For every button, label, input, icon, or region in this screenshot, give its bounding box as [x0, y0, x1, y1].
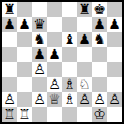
- square-g5[interactable]: [92, 47, 107, 62]
- square-f3[interactable]: ♘: [77, 77, 92, 92]
- square-c6[interactable]: ♞: [32, 32, 47, 47]
- chess-board: ♜♜♚♟♟♛♟♟♞♝♟♞♟♟♙♙♗♘♙♙♕♗♙♙♙♖♖♔: [0, 0, 124, 124]
- square-d8[interactable]: [47, 2, 62, 17]
- white-rook: ♖: [18, 107, 31, 122]
- white-pawn: ♙: [93, 92, 106, 107]
- black-knight: ♞: [33, 32, 46, 47]
- square-c8[interactable]: [32, 2, 47, 17]
- square-c3[interactable]: [32, 77, 47, 92]
- square-a3[interactable]: [2, 77, 17, 92]
- square-h5[interactable]: [107, 47, 122, 62]
- black-rook: ♜: [78, 2, 91, 17]
- square-b2[interactable]: [17, 92, 32, 107]
- square-a8[interactable]: ♜: [2, 2, 17, 17]
- square-c4[interactable]: ♙: [32, 62, 47, 77]
- white-knight: ♘: [78, 77, 91, 92]
- square-b3[interactable]: [17, 77, 32, 92]
- square-f5[interactable]: [77, 47, 92, 62]
- black-pawn: ♟: [33, 47, 46, 62]
- square-e8[interactable]: [62, 2, 77, 17]
- square-d5[interactable]: ♟: [47, 47, 62, 62]
- black-pawn: ♟: [3, 17, 16, 32]
- square-e1[interactable]: [62, 107, 77, 122]
- square-a1[interactable]: ♖: [2, 107, 17, 122]
- square-e3[interactable]: ♗: [62, 77, 77, 92]
- square-e7[interactable]: [62, 17, 77, 32]
- square-b7[interactable]: ♟: [17, 17, 32, 32]
- black-queen: ♛: [33, 17, 46, 32]
- square-g3[interactable]: [92, 77, 107, 92]
- square-b8[interactable]: [17, 2, 32, 17]
- square-g6[interactable]: ♞: [92, 32, 107, 47]
- black-pawn: ♟: [93, 17, 106, 32]
- black-bishop: ♝: [63, 32, 76, 47]
- white-bishop: ♗: [63, 77, 76, 92]
- white-pawn: ♙: [33, 62, 46, 77]
- square-h3[interactable]: [107, 77, 122, 92]
- square-b4[interactable]: [17, 62, 32, 77]
- white-pawn: ♙: [48, 77, 61, 92]
- square-c1[interactable]: [32, 107, 47, 122]
- square-f1[interactable]: [77, 107, 92, 122]
- square-a7[interactable]: ♟: [2, 17, 17, 32]
- square-f6[interactable]: ♟: [77, 32, 92, 47]
- square-b1[interactable]: ♖: [17, 107, 32, 122]
- square-e2[interactable]: ♗: [62, 92, 77, 107]
- square-c5[interactable]: ♟: [32, 47, 47, 62]
- square-f8[interactable]: ♜: [77, 2, 92, 17]
- square-b5[interactable]: [17, 47, 32, 62]
- white-queen: ♕: [48, 92, 61, 107]
- square-e5[interactable]: [62, 47, 77, 62]
- black-pawn: ♟: [18, 17, 31, 32]
- black-pawn: ♟: [108, 17, 121, 32]
- square-h4[interactable]: [107, 62, 122, 77]
- square-h1[interactable]: [107, 107, 122, 122]
- square-c7[interactable]: ♛: [32, 17, 47, 32]
- black-king: ♚: [93, 2, 106, 17]
- square-h8[interactable]: [107, 2, 122, 17]
- square-h2[interactable]: ♙: [107, 92, 122, 107]
- black-knight: ♞: [93, 32, 106, 47]
- white-pawn: ♙: [33, 92, 46, 107]
- square-b6[interactable]: [17, 32, 32, 47]
- square-d7[interactable]: [47, 17, 62, 32]
- square-d3[interactable]: ♙: [47, 77, 62, 92]
- black-rook: ♜: [3, 2, 16, 17]
- square-f2[interactable]: ♙: [77, 92, 92, 107]
- square-a6[interactable]: [2, 32, 17, 47]
- square-g1[interactable]: ♔: [92, 107, 107, 122]
- square-e4[interactable]: [62, 62, 77, 77]
- square-g2[interactable]: ♙: [92, 92, 107, 107]
- square-h7[interactable]: ♟: [107, 17, 122, 32]
- square-c2[interactable]: ♙: [32, 92, 47, 107]
- white-bishop: ♗: [63, 92, 76, 107]
- square-a2[interactable]: ♙: [2, 92, 17, 107]
- square-a5[interactable]: [2, 47, 17, 62]
- square-e6[interactable]: ♝: [62, 32, 77, 47]
- square-g8[interactable]: ♚: [92, 2, 107, 17]
- square-g7[interactable]: ♟: [92, 17, 107, 32]
- square-f4[interactable]: [77, 62, 92, 77]
- black-pawn: ♟: [48, 47, 61, 62]
- square-a4[interactable]: [2, 62, 17, 77]
- black-pawn: ♟: [78, 32, 91, 47]
- square-d1[interactable]: [47, 107, 62, 122]
- square-d4[interactable]: [47, 62, 62, 77]
- white-king: ♔: [93, 107, 106, 122]
- square-d2[interactable]: ♕: [47, 92, 62, 107]
- square-f7[interactable]: [77, 17, 92, 32]
- square-d6[interactable]: [47, 32, 62, 47]
- square-g4[interactable]: [92, 62, 107, 77]
- white-pawn: ♙: [3, 92, 16, 107]
- white-rook: ♖: [3, 107, 16, 122]
- square-h6[interactable]: [107, 32, 122, 47]
- white-pawn: ♙: [108, 92, 121, 107]
- chess-diagram: ♜♜♚♟♟♛♟♟♞♝♟♞♟♟♙♙♗♘♙♙♕♗♙♙♙♖♖♔: [0, 0, 124, 124]
- white-pawn: ♙: [78, 92, 91, 107]
